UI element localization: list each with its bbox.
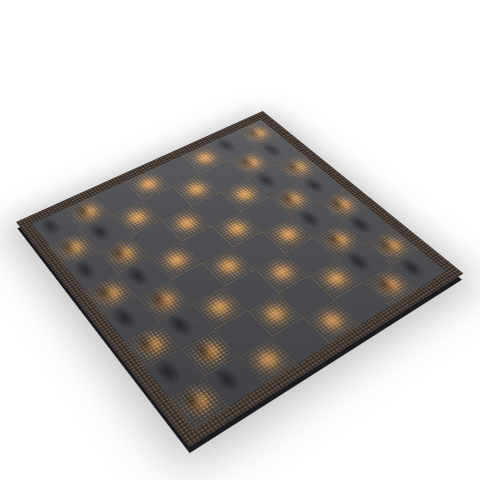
black-rook-icon: ♜ [174,350,225,407]
white-pawn-icon: ♟ [371,245,410,289]
chess-board-squares: ♜♞♝♚♛♝♞♜♟♟♟♟♟♟♟♟♟♟♟♟♟♟♟♟♜♞♝♚♛♝♞♜ [32,120,446,429]
chess-set-render: ♜♞♝♚♛♝♞♜♟♟♟♟♟♟♟♟♟♟♟♟♟♟♟♟♜♞♝♚♛♝♞♜ [0,0,480,480]
chess-board: ♜♞♝♚♛♝♞♜♟♟♟♟♟♟♟♟♟♟♟♟♟♟♟♟♜♞♝♚♛♝♞♜ [16,111,463,447]
square-a8: ♜ [169,376,230,428]
scene-perspective: ♜♞♝♚♛♝♞♜♟♟♟♟♟♟♟♟♟♟♟♟♟♟♟♟♜♞♝♚♛♝♞♜ [73,87,393,407]
